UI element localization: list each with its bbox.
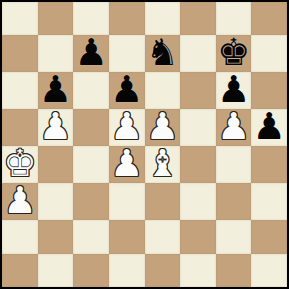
piece-black-pawn[interactable]: ♟: [217, 71, 250, 108]
square-a7[interactable]: [2, 35, 38, 72]
piece-white-pawn[interactable]: ♟: [39, 108, 72, 145]
square-h6[interactable]: [251, 72, 287, 109]
square-h3[interactable]: [251, 183, 287, 220]
piece-white-king[interactable]: ♚: [3, 145, 36, 182]
square-e8[interactable]: [145, 2, 181, 35]
square-e2[interactable]: [145, 220, 181, 253]
piece-black-king[interactable]: ♚: [217, 34, 250, 71]
square-d8[interactable]: [109, 2, 145, 35]
piece-white-pawn[interactable]: ♟: [146, 108, 179, 145]
square-d7[interactable]: [109, 35, 145, 72]
piece-black-pawn[interactable]: ♟: [39, 71, 72, 108]
piece-white-pawn[interactable]: ♟: [110, 145, 143, 182]
square-d3[interactable]: [109, 183, 145, 220]
square-a5[interactable]: [2, 109, 38, 146]
square-f2[interactable]: [180, 220, 216, 253]
square-a2[interactable]: [2, 220, 38, 253]
square-b3[interactable]: [38, 183, 74, 220]
square-c4[interactable]: [73, 146, 109, 183]
square-h2[interactable]: [251, 220, 287, 253]
square-f3[interactable]: [180, 183, 216, 220]
square-c5[interactable]: [73, 109, 109, 146]
square-e3[interactable]: [145, 183, 181, 220]
piece-white-bishop[interactable]: ♝: [146, 145, 179, 182]
square-b4[interactable]: [38, 146, 74, 183]
square-c2[interactable]: [73, 220, 109, 253]
square-g1[interactable]: [216, 254, 252, 287]
square-e1[interactable]: [145, 254, 181, 287]
square-g6[interactable]: ♟: [216, 72, 252, 109]
square-g2[interactable]: [216, 220, 252, 253]
square-c6[interactable]: [73, 72, 109, 109]
square-g3[interactable]: [216, 183, 252, 220]
square-c3[interactable]: [73, 183, 109, 220]
square-d6[interactable]: ♟: [109, 72, 145, 109]
piece-black-pawn[interactable]: ♟: [253, 108, 286, 145]
square-f5[interactable]: [180, 109, 216, 146]
piece-black-pawn[interactable]: ♟: [110, 71, 143, 108]
square-f1[interactable]: [180, 254, 216, 287]
square-g5[interactable]: ♟: [216, 109, 252, 146]
square-a3[interactable]: ♟: [2, 183, 38, 220]
square-b7[interactable]: [38, 35, 74, 72]
square-c8[interactable]: [73, 2, 109, 35]
square-b5[interactable]: ♟: [38, 109, 74, 146]
square-e4[interactable]: ♝: [145, 146, 181, 183]
square-h7[interactable]: [251, 35, 287, 72]
square-b2[interactable]: [38, 220, 74, 253]
square-h5[interactable]: ♟: [251, 109, 287, 146]
piece-black-pawn[interactable]: ♟: [74, 34, 107, 71]
square-f6[interactable]: [180, 72, 216, 109]
square-b6[interactable]: ♟: [38, 72, 74, 109]
chess-board: ♟♞♚♟♟♟♟♟♟♟♟♚♟♝♟: [0, 0, 289, 289]
square-e5[interactable]: ♟: [145, 109, 181, 146]
square-a4[interactable]: ♚: [2, 146, 38, 183]
square-h4[interactable]: [251, 146, 287, 183]
square-d4[interactable]: ♟: [109, 146, 145, 183]
square-a8[interactable]: [2, 2, 38, 35]
square-a6[interactable]: [2, 72, 38, 109]
square-e6[interactable]: [145, 72, 181, 109]
square-h8[interactable]: [251, 2, 287, 35]
square-c1[interactable]: [73, 254, 109, 287]
square-d1[interactable]: [109, 254, 145, 287]
square-f7[interactable]: [180, 35, 216, 72]
square-b8[interactable]: [38, 2, 74, 35]
piece-white-pawn[interactable]: ♟: [3, 182, 36, 219]
square-d2[interactable]: [109, 220, 145, 253]
square-g4[interactable]: [216, 146, 252, 183]
square-e7[interactable]: ♞: [145, 35, 181, 72]
square-g7[interactable]: ♚: [216, 35, 252, 72]
square-g8[interactable]: [216, 2, 252, 35]
square-b1[interactable]: [38, 254, 74, 287]
piece-black-knight[interactable]: ♞: [146, 34, 179, 71]
square-a1[interactable]: [2, 254, 38, 287]
square-f8[interactable]: [180, 2, 216, 35]
square-h1[interactable]: [251, 254, 287, 287]
square-c7[interactable]: ♟: [73, 35, 109, 72]
piece-white-pawn[interactable]: ♟: [110, 108, 143, 145]
piece-white-pawn[interactable]: ♟: [217, 108, 250, 145]
square-f4[interactable]: [180, 146, 216, 183]
square-d5[interactable]: ♟: [109, 109, 145, 146]
